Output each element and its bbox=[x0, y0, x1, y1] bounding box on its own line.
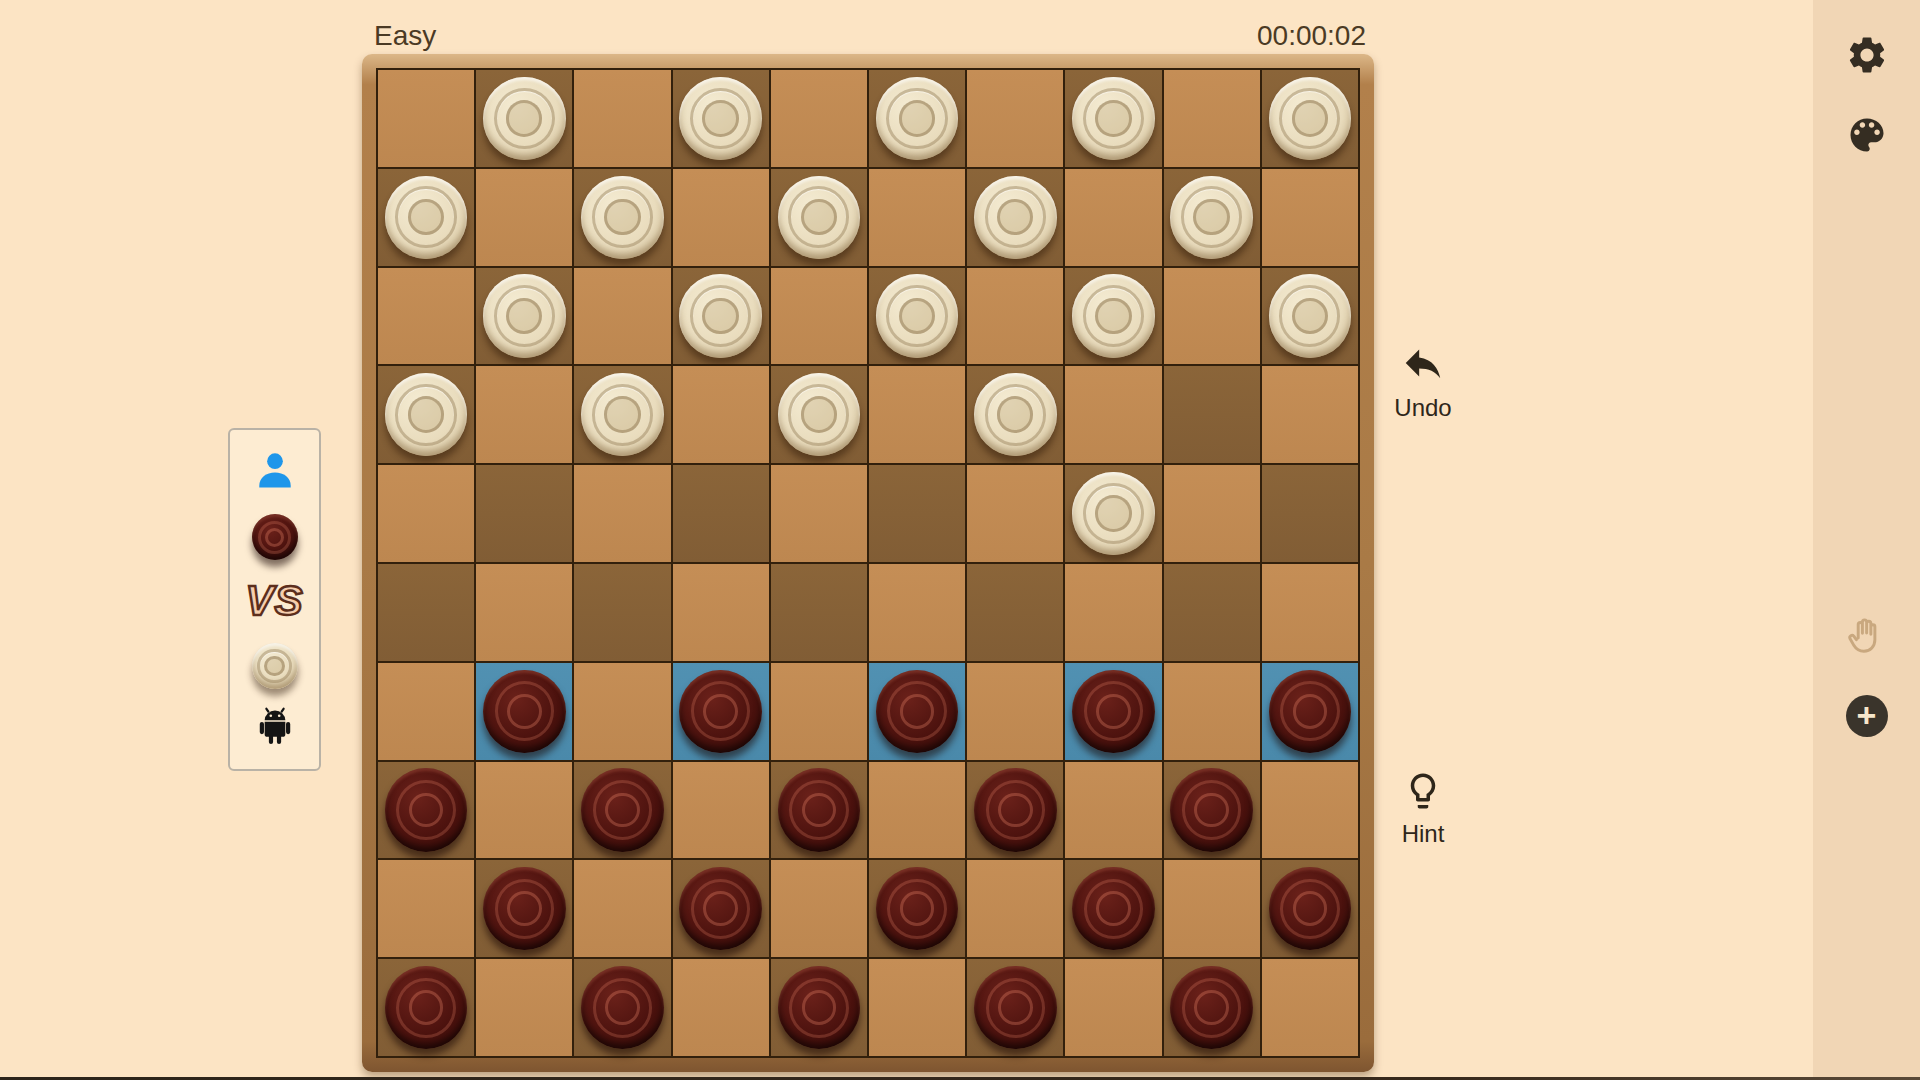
cell-r4c8[interactable] bbox=[1164, 465, 1260, 562]
vs-label: VS bbox=[245, 577, 303, 625]
cell-r2c4[interactable] bbox=[771, 268, 867, 365]
difficulty-label: Easy bbox=[374, 20, 436, 52]
cell-r9c2[interactable] bbox=[574, 959, 670, 1056]
cell-r4c9[interactable] bbox=[1262, 465, 1358, 562]
cell-r6c6[interactable] bbox=[967, 663, 1063, 760]
board-frame bbox=[362, 54, 1374, 1072]
white-player-piece bbox=[252, 643, 298, 689]
cell-r0c9[interactable] bbox=[1262, 70, 1358, 167]
cell-r9c8[interactable] bbox=[1164, 959, 1260, 1056]
cell-r5c2[interactable] bbox=[574, 564, 670, 661]
dark-piece[interactable] bbox=[679, 867, 762, 950]
cell-r5c7[interactable] bbox=[1065, 564, 1161, 661]
dark-piece[interactable] bbox=[1072, 867, 1155, 950]
cell-r9c6[interactable] bbox=[967, 959, 1063, 1056]
cell-r2c5[interactable] bbox=[869, 268, 965, 365]
dark-piece[interactable] bbox=[778, 966, 861, 1049]
white-piece[interactable] bbox=[1072, 274, 1155, 357]
cell-r5c4[interactable] bbox=[771, 564, 867, 661]
cell-r8c4[interactable] bbox=[771, 860, 867, 957]
cell-r7c4[interactable] bbox=[771, 762, 867, 859]
add-plus-icon[interactable]: + bbox=[1846, 695, 1888, 737]
cell-r9c1[interactable] bbox=[476, 959, 572, 1056]
cell-r0c1[interactable] bbox=[476, 70, 572, 167]
cell-r3c4[interactable] bbox=[771, 366, 867, 463]
cell-r1c2[interactable] bbox=[574, 169, 670, 266]
white-piece[interactable] bbox=[1072, 77, 1155, 160]
cell-r7c9[interactable] bbox=[1262, 762, 1358, 859]
dark-piece[interactable] bbox=[581, 768, 664, 851]
cell-r8c6[interactable] bbox=[967, 860, 1063, 957]
cell-r0c7[interactable] bbox=[1065, 70, 1161, 167]
white-piece[interactable] bbox=[974, 176, 1057, 259]
cell-r5c9[interactable] bbox=[1262, 564, 1358, 661]
cell-r7c3[interactable] bbox=[673, 762, 769, 859]
cell-r2c6[interactable] bbox=[967, 268, 1063, 365]
white-piece[interactable] bbox=[679, 274, 762, 357]
hint-button[interactable]: Hint bbox=[1378, 770, 1468, 848]
cell-r8c9[interactable] bbox=[1262, 860, 1358, 957]
undo-arrow-icon bbox=[1400, 372, 1446, 389]
white-piece[interactable] bbox=[483, 77, 566, 160]
cell-r4c6[interactable] bbox=[967, 465, 1063, 562]
cell-r4c3[interactable] bbox=[673, 465, 769, 562]
game-timer: 00:00:02 bbox=[1146, 20, 1366, 52]
dark-piece[interactable] bbox=[1269, 867, 1352, 950]
cell-r7c2[interactable] bbox=[574, 762, 670, 859]
white-piece[interactable] bbox=[1269, 274, 1352, 357]
cell-r7c1[interactable] bbox=[476, 762, 572, 859]
white-piece[interactable] bbox=[876, 274, 959, 357]
cell-r5c8[interactable] bbox=[1164, 564, 1260, 661]
cell-r5c1[interactable] bbox=[476, 564, 572, 661]
cell-r5c6[interactable] bbox=[967, 564, 1063, 661]
cell-r3c2[interactable] bbox=[574, 366, 670, 463]
dark-player-piece bbox=[252, 514, 298, 560]
dark-piece[interactable] bbox=[876, 867, 959, 950]
white-piece[interactable] bbox=[1170, 176, 1253, 259]
cell-r0c6[interactable] bbox=[967, 70, 1063, 167]
white-piece[interactable] bbox=[483, 274, 566, 357]
dark-piece[interactable] bbox=[581, 966, 664, 1049]
cell-r6c2[interactable] bbox=[574, 663, 670, 760]
right-sidebar: + bbox=[1813, 0, 1920, 1080]
white-piece[interactable] bbox=[778, 176, 861, 259]
cell-r1c8[interactable] bbox=[1164, 169, 1260, 266]
dark-piece[interactable] bbox=[385, 768, 468, 851]
dark-piece[interactable] bbox=[876, 670, 959, 753]
dark-piece[interactable] bbox=[1072, 670, 1155, 753]
cell-r0c2[interactable] bbox=[574, 70, 670, 167]
cell-r0c3[interactable] bbox=[673, 70, 769, 167]
cell-r7c6[interactable] bbox=[967, 762, 1063, 859]
settings-gear-icon[interactable] bbox=[1845, 33, 1889, 81]
cell-r2c3[interactable] bbox=[673, 268, 769, 365]
cell-r1c6[interactable] bbox=[967, 169, 1063, 266]
cell-r9c5[interactable] bbox=[869, 959, 965, 1056]
cell-r2c8[interactable] bbox=[1164, 268, 1260, 365]
cell-r6c3[interactable] bbox=[673, 663, 769, 760]
cell-r0c8[interactable] bbox=[1164, 70, 1260, 167]
cell-r7c7[interactable] bbox=[1065, 762, 1161, 859]
cell-r8c0[interactable] bbox=[378, 860, 474, 957]
players-panel: VS bbox=[228, 428, 321, 771]
palette-icon[interactable] bbox=[1845, 113, 1889, 161]
white-piece[interactable] bbox=[1269, 77, 1352, 160]
cell-r4c7[interactable] bbox=[1065, 465, 1161, 562]
cell-r3c0[interactable] bbox=[378, 366, 474, 463]
cell-r4c1[interactable] bbox=[476, 465, 572, 562]
white-piece[interactable] bbox=[385, 176, 468, 259]
cell-r6c8[interactable] bbox=[1164, 663, 1260, 760]
cell-r5c0[interactable] bbox=[378, 564, 474, 661]
cell-r4c5[interactable] bbox=[869, 465, 965, 562]
dark-piece[interactable] bbox=[1170, 966, 1253, 1049]
cell-r0c5[interactable] bbox=[869, 70, 965, 167]
board-grid bbox=[376, 68, 1360, 1058]
cell-r4c0[interactable] bbox=[378, 465, 474, 562]
cell-r6c1[interactable] bbox=[476, 663, 572, 760]
cell-r9c9[interactable] bbox=[1262, 959, 1358, 1056]
dark-piece[interactable] bbox=[778, 768, 861, 851]
cell-r2c0[interactable] bbox=[378, 268, 474, 365]
cell-r3c8[interactable] bbox=[1164, 366, 1260, 463]
cell-r4c2[interactable] bbox=[574, 465, 670, 562]
cell-r0c0[interactable] bbox=[378, 70, 474, 167]
cell-r1c0[interactable] bbox=[378, 169, 474, 266]
cell-r9c4[interactable] bbox=[771, 959, 867, 1056]
cell-r4c4[interactable] bbox=[771, 465, 867, 562]
cell-r5c5[interactable] bbox=[869, 564, 965, 661]
cell-r2c1[interactable] bbox=[476, 268, 572, 365]
cell-r9c0[interactable] bbox=[378, 959, 474, 1056]
cell-r3c1[interactable] bbox=[476, 366, 572, 463]
undo-label: Undo bbox=[1378, 394, 1468, 422]
cell-r3c5[interactable] bbox=[869, 366, 965, 463]
cell-r3c7[interactable] bbox=[1065, 366, 1161, 463]
cell-r3c3[interactable] bbox=[673, 366, 769, 463]
hint-label: Hint bbox=[1378, 820, 1468, 848]
white-piece[interactable] bbox=[581, 373, 664, 456]
dark-piece[interactable] bbox=[974, 768, 1057, 851]
cell-r2c2[interactable] bbox=[574, 268, 670, 365]
cell-r8c5[interactable] bbox=[869, 860, 965, 957]
white-piece[interactable] bbox=[679, 77, 762, 160]
pan-hand-icon[interactable] bbox=[1845, 615, 1889, 663]
cell-r8c7[interactable] bbox=[1065, 860, 1161, 957]
cell-r3c9[interactable] bbox=[1262, 366, 1358, 463]
cell-r9c7[interactable] bbox=[1065, 959, 1161, 1056]
cell-r8c3[interactable] bbox=[673, 860, 769, 957]
lightbulb-icon bbox=[1402, 798, 1444, 815]
person-icon bbox=[252, 447, 298, 497]
cell-r1c1[interactable] bbox=[476, 169, 572, 266]
cell-r6c4[interactable] bbox=[771, 663, 867, 760]
white-piece[interactable] bbox=[581, 176, 664, 259]
dark-piece[interactable] bbox=[1269, 670, 1352, 753]
cell-r6c7[interactable] bbox=[1065, 663, 1161, 760]
white-piece[interactable] bbox=[385, 373, 468, 456]
android-icon bbox=[254, 706, 296, 752]
cell-r6c5[interactable] bbox=[869, 663, 965, 760]
undo-button[interactable]: Undo bbox=[1378, 340, 1468, 422]
cell-r8c8[interactable] bbox=[1164, 860, 1260, 957]
white-piece[interactable] bbox=[778, 373, 861, 456]
dark-piece[interactable] bbox=[974, 966, 1057, 1049]
cell-r7c5[interactable] bbox=[869, 762, 965, 859]
cell-r1c9[interactable] bbox=[1262, 169, 1358, 266]
cell-r3c6[interactable] bbox=[967, 366, 1063, 463]
cell-r0c4[interactable] bbox=[771, 70, 867, 167]
cell-r5c3[interactable] bbox=[673, 564, 769, 661]
white-piece[interactable] bbox=[1072, 472, 1155, 555]
cell-r9c3[interactable] bbox=[673, 959, 769, 1056]
dark-piece[interactable] bbox=[483, 867, 566, 950]
cell-r8c2[interactable] bbox=[574, 860, 670, 957]
cell-r1c4[interactable] bbox=[771, 169, 867, 266]
cell-r2c9[interactable] bbox=[1262, 268, 1358, 365]
dark-piece[interactable] bbox=[385, 966, 468, 1049]
cell-r6c9[interactable] bbox=[1262, 663, 1358, 760]
cell-r6c0[interactable] bbox=[378, 663, 474, 760]
white-piece[interactable] bbox=[974, 373, 1057, 456]
cell-r1c7[interactable] bbox=[1065, 169, 1161, 266]
dark-piece[interactable] bbox=[483, 670, 566, 753]
cell-r7c8[interactable] bbox=[1164, 762, 1260, 859]
dark-piece[interactable] bbox=[679, 670, 762, 753]
cell-r2c7[interactable] bbox=[1065, 268, 1161, 365]
dark-piece[interactable] bbox=[1170, 768, 1253, 851]
white-piece[interactable] bbox=[876, 77, 959, 160]
cell-r8c1[interactable] bbox=[476, 860, 572, 957]
cell-r1c3[interactable] bbox=[673, 169, 769, 266]
cell-r7c0[interactable] bbox=[378, 762, 474, 859]
cell-r1c5[interactable] bbox=[869, 169, 965, 266]
